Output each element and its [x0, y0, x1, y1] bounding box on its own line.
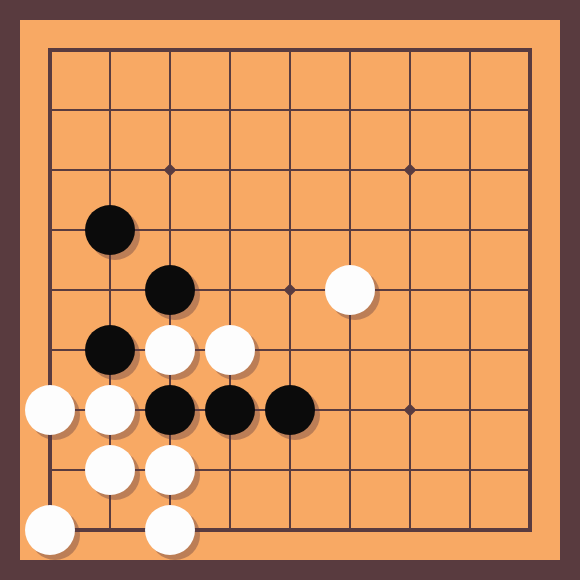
intersection[interactable]	[140, 80, 200, 140]
intersection[interactable]	[380, 20, 440, 80]
white-stone	[85, 385, 135, 435]
go-app-screen	[0, 0, 580, 580]
intersection[interactable]	[380, 140, 440, 200]
intersection[interactable]	[500, 380, 560, 440]
intersection[interactable]	[140, 440, 200, 500]
intersection[interactable]	[380, 440, 440, 500]
intersection[interactable]	[500, 500, 560, 560]
intersection[interactable]	[320, 140, 380, 200]
intersection[interactable]	[20, 500, 80, 560]
intersection[interactable]	[140, 140, 200, 200]
intersection[interactable]	[500, 440, 560, 500]
intersection[interactable]	[500, 80, 560, 140]
intersection[interactable]	[440, 320, 500, 380]
intersection[interactable]	[500, 200, 560, 260]
white-stone	[205, 325, 255, 375]
intersection[interactable]	[80, 200, 140, 260]
intersection[interactable]	[140, 380, 200, 440]
intersection[interactable]	[20, 320, 80, 380]
intersection[interactable]	[20, 440, 80, 500]
intersection[interactable]	[80, 20, 140, 80]
intersection[interactable]	[500, 20, 560, 80]
intersection[interactable]	[140, 20, 200, 80]
intersection[interactable]	[320, 320, 380, 380]
intersection[interactable]	[20, 20, 80, 80]
intersection[interactable]	[200, 320, 260, 380]
intersection[interactable]	[380, 500, 440, 560]
white-stone	[145, 325, 195, 375]
intersection[interactable]	[380, 260, 440, 320]
intersection[interactable]	[440, 140, 500, 200]
intersection[interactable]	[80, 320, 140, 380]
intersection[interactable]	[20, 140, 80, 200]
intersection[interactable]	[20, 80, 80, 140]
intersection[interactable]	[500, 260, 560, 320]
white-stone	[25, 385, 75, 435]
intersection[interactable]	[320, 80, 380, 140]
black-stone	[145, 265, 195, 315]
intersection[interactable]	[140, 320, 200, 380]
black-stone	[205, 385, 255, 435]
intersection[interactable]	[260, 140, 320, 200]
intersection[interactable]	[80, 500, 140, 560]
intersection[interactable]	[200, 200, 260, 260]
intersection[interactable]	[440, 80, 500, 140]
black-stone	[145, 385, 195, 435]
intersection[interactable]	[200, 80, 260, 140]
intersection[interactable]	[200, 380, 260, 440]
intersection[interactable]	[80, 80, 140, 140]
intersection[interactable]	[320, 500, 380, 560]
intersection[interactable]	[500, 320, 560, 380]
white-stone	[145, 445, 195, 495]
intersection[interactable]	[440, 500, 500, 560]
white-stone	[145, 505, 195, 555]
intersection[interactable]	[320, 200, 380, 260]
intersection[interactable]	[80, 380, 140, 440]
white-stone	[85, 445, 135, 495]
intersection[interactable]	[260, 380, 320, 440]
intersection[interactable]	[260, 320, 320, 380]
board-intersections	[20, 20, 560, 560]
intersection[interactable]	[260, 260, 320, 320]
intersection[interactable]	[200, 500, 260, 560]
intersection[interactable]	[440, 20, 500, 80]
intersection[interactable]	[440, 200, 500, 260]
intersection[interactable]	[80, 260, 140, 320]
intersection[interactable]	[140, 500, 200, 560]
intersection[interactable]	[260, 500, 320, 560]
intersection[interactable]	[380, 80, 440, 140]
intersection[interactable]	[260, 440, 320, 500]
black-stone	[265, 385, 315, 435]
intersection[interactable]	[440, 260, 500, 320]
intersection[interactable]	[380, 320, 440, 380]
intersection[interactable]	[260, 80, 320, 140]
intersection[interactable]	[380, 200, 440, 260]
intersection[interactable]	[440, 380, 500, 440]
intersection[interactable]	[80, 140, 140, 200]
intersection[interactable]	[200, 440, 260, 500]
intersection[interactable]	[260, 20, 320, 80]
intersection[interactable]	[20, 200, 80, 260]
intersection[interactable]	[140, 200, 200, 260]
intersection[interactable]	[260, 200, 320, 260]
intersection[interactable]	[200, 20, 260, 80]
intersection[interactable]	[200, 140, 260, 200]
white-stone	[325, 265, 375, 315]
intersection[interactable]	[320, 260, 380, 320]
intersection[interactable]	[320, 380, 380, 440]
black-stone	[85, 205, 135, 255]
intersection[interactable]	[320, 440, 380, 500]
white-stone	[25, 505, 75, 555]
intersection[interactable]	[380, 380, 440, 440]
intersection[interactable]	[500, 140, 560, 200]
black-stone	[85, 325, 135, 375]
intersection[interactable]	[320, 20, 380, 80]
intersection[interactable]	[140, 260, 200, 320]
intersection[interactable]	[80, 440, 140, 500]
intersection[interactable]	[20, 260, 80, 320]
intersection[interactable]	[20, 380, 80, 440]
intersection[interactable]	[440, 440, 500, 500]
intersection[interactable]	[200, 260, 260, 320]
